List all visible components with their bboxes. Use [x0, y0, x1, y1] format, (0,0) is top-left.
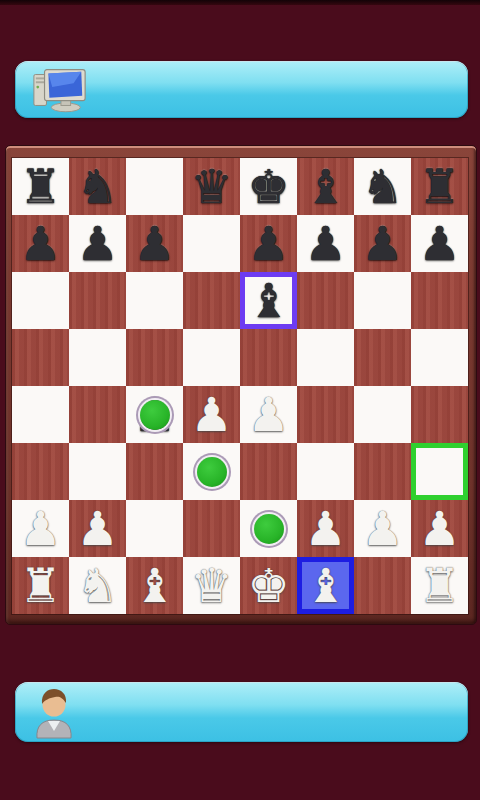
piece-black-rook[interactable]: ♜ [12, 158, 69, 215]
square-h4[interactable] [411, 386, 468, 443]
square-b6[interactable] [69, 272, 126, 329]
square-d1[interactable]: ♛ [183, 557, 240, 614]
square-f2[interactable]: ♟ [297, 500, 354, 557]
piece-white-king[interactable]: ♚ [240, 557, 297, 614]
square-e5[interactable] [240, 329, 297, 386]
piece-black-pawn[interactable]: ♟ [69, 215, 126, 272]
square-b8[interactable]: ♞ [69, 158, 126, 215]
square-h7[interactable]: ♟ [411, 215, 468, 272]
square-b2[interactable]: ♟ [69, 500, 126, 557]
computer-player-bar[interactable] [15, 61, 468, 118]
square-e4[interactable]: ♟ [240, 386, 297, 443]
square-c5[interactable] [126, 329, 183, 386]
square-f1[interactable]: ♝ [297, 557, 354, 614]
square-f8[interactable]: ♝ [297, 158, 354, 215]
legal-move-dot[interactable] [197, 457, 227, 487]
square-f7[interactable]: ♟ [297, 215, 354, 272]
square-c2[interactable] [126, 500, 183, 557]
square-f5[interactable] [297, 329, 354, 386]
square-g4[interactable] [354, 386, 411, 443]
legal-move-dot[interactable] [254, 514, 284, 544]
human-player-bar[interactable] [15, 682, 468, 742]
piece-black-bishop[interactable]: ♝ [297, 158, 354, 215]
chess-app-screen: ♜♞♛♚♝♞♜♟♟♟♟♟♟♟♝♟♟♟♟♟♟♟♟♜♞♝♛♚♝♜ [0, 0, 480, 800]
square-g7[interactable]: ♟ [354, 215, 411, 272]
square-c1[interactable]: ♝ [126, 557, 183, 614]
square-a8[interactable]: ♜ [12, 158, 69, 215]
piece-white-pawn[interactable]: ♟ [297, 500, 354, 557]
piece-white-queen[interactable]: ♛ [183, 557, 240, 614]
square-d4[interactable]: ♟ [183, 386, 240, 443]
square-e1[interactable]: ♚ [240, 557, 297, 614]
square-h8[interactable]: ♜ [411, 158, 468, 215]
square-a6[interactable] [12, 272, 69, 329]
square-e8[interactable]: ♚ [240, 158, 297, 215]
square-c7[interactable]: ♟ [126, 215, 183, 272]
piece-black-pawn[interactable]: ♟ [297, 215, 354, 272]
square-b3[interactable] [69, 443, 126, 500]
square-e7[interactable]: ♟ [240, 215, 297, 272]
chess-board: ♜♞♛♚♝♞♜♟♟♟♟♟♟♟♝♟♟♟♟♟♟♟♟♜♞♝♛♚♝♜ [5, 145, 477, 625]
piece-white-rook[interactable]: ♜ [411, 557, 468, 614]
legal-move-dot[interactable] [140, 400, 170, 430]
square-c4[interactable]: ♟ [126, 386, 183, 443]
piece-black-rook[interactable]: ♜ [411, 158, 468, 215]
square-c6[interactable] [126, 272, 183, 329]
piece-white-pawn[interactable]: ♟ [354, 500, 411, 557]
square-c3[interactable] [126, 443, 183, 500]
piece-white-pawn[interactable]: ♟ [12, 500, 69, 557]
piece-black-knight[interactable]: ♞ [69, 158, 126, 215]
square-e2[interactable] [240, 500, 297, 557]
square-h1[interactable]: ♜ [411, 557, 468, 614]
square-f6[interactable] [297, 272, 354, 329]
square-a3[interactable] [12, 443, 69, 500]
square-d5[interactable] [183, 329, 240, 386]
human-icon [31, 685, 77, 739]
computer-icon [31, 67, 89, 113]
square-e3[interactable] [240, 443, 297, 500]
square-d6[interactable] [183, 272, 240, 329]
square-b4[interactable] [69, 386, 126, 443]
piece-black-pawn[interactable]: ♟ [411, 215, 468, 272]
square-g8[interactable]: ♞ [354, 158, 411, 215]
piece-white-knight[interactable]: ♞ [69, 557, 126, 614]
square-d3[interactable] [183, 443, 240, 500]
square-g5[interactable] [354, 329, 411, 386]
square-b5[interactable] [69, 329, 126, 386]
board-grid: ♜♞♛♚♝♞♜♟♟♟♟♟♟♟♝♟♟♟♟♟♟♟♟♜♞♝♛♚♝♜ [12, 158, 468, 614]
piece-black-pawn[interactable]: ♟ [240, 215, 297, 272]
piece-white-rook[interactable]: ♜ [12, 557, 69, 614]
piece-black-queen[interactable]: ♛ [183, 158, 240, 215]
piece-white-pawn[interactable]: ♟ [411, 500, 468, 557]
square-b7[interactable]: ♟ [69, 215, 126, 272]
piece-black-bishop[interactable]: ♝ [240, 272, 297, 329]
square-g3[interactable] [354, 443, 411, 500]
square-g6[interactable] [354, 272, 411, 329]
square-g1[interactable] [354, 557, 411, 614]
square-e6[interactable]: ♝ [240, 272, 297, 329]
piece-black-pawn[interactable]: ♟ [126, 215, 183, 272]
piece-white-pawn[interactable]: ♟ [183, 386, 240, 443]
piece-black-knight[interactable]: ♞ [354, 158, 411, 215]
square-d7[interactable] [183, 215, 240, 272]
square-d2[interactable] [183, 500, 240, 557]
square-h3[interactable] [411, 443, 468, 500]
square-a7[interactable]: ♟ [12, 215, 69, 272]
square-f4[interactable] [297, 386, 354, 443]
square-f3[interactable] [297, 443, 354, 500]
piece-white-pawn[interactable]: ♟ [240, 386, 297, 443]
piece-white-bishop[interactable]: ♝ [126, 557, 183, 614]
square-c8[interactable] [126, 158, 183, 215]
piece-white-pawn[interactable]: ♟ [69, 500, 126, 557]
square-g2[interactable]: ♟ [354, 500, 411, 557]
piece-black-pawn[interactable]: ♟ [354, 215, 411, 272]
square-d8[interactable]: ♛ [183, 158, 240, 215]
square-h6[interactable] [411, 272, 468, 329]
square-b1[interactable]: ♞ [69, 557, 126, 614]
square-a5[interactable] [12, 329, 69, 386]
piece-black-king[interactable]: ♚ [240, 158, 297, 215]
top-edge-strip [0, 0, 480, 5]
square-h5[interactable] [411, 329, 468, 386]
square-a1[interactable]: ♜ [12, 557, 69, 614]
square-a2[interactable]: ♟ [12, 500, 69, 557]
piece-black-pawn[interactable]: ♟ [12, 215, 69, 272]
piece-white-bishop[interactable]: ♝ [297, 557, 354, 614]
square-a4[interactable] [12, 386, 69, 443]
square-h2[interactable]: ♟ [411, 500, 468, 557]
